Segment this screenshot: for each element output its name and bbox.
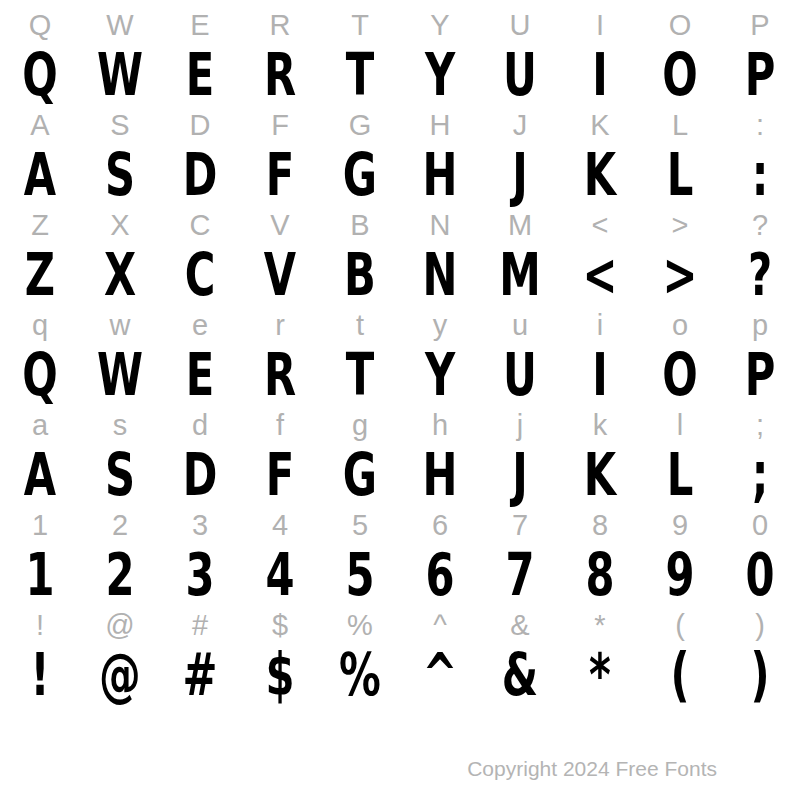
- font-glyph: C: [171, 244, 229, 306]
- key-character-label: J: [480, 106, 560, 144]
- key-character-label: 3: [160, 506, 240, 544]
- font-glyph: N: [411, 244, 469, 306]
- font-glyph: L: [651, 444, 709, 506]
- glyph-section-4: qwertyuiopQWERTYUIOP: [0, 306, 800, 406]
- key-character-label: K: [560, 106, 640, 144]
- key-character-label: 6: [400, 506, 480, 544]
- key-character-label: R: [240, 6, 320, 44]
- key-character-label: X: [80, 206, 160, 244]
- key-character-label: h: [400, 406, 480, 444]
- key-character-label: %: [320, 606, 400, 644]
- font-glyph: :: [731, 144, 789, 206]
- font-glyph: !: [11, 644, 69, 706]
- font-glyph: ^: [411, 644, 469, 706]
- key-character-label: ;: [720, 406, 800, 444]
- key-character-label: D: [160, 106, 240, 144]
- font-glyph: 7: [491, 544, 549, 606]
- key-character-label: F: [240, 106, 320, 144]
- font-glyph: K: [571, 444, 629, 506]
- key-character-label: S: [80, 106, 160, 144]
- key-character-label: &: [480, 606, 560, 644]
- font-glyph: A: [11, 444, 69, 506]
- key-character-label: ?: [720, 206, 800, 244]
- font-glyph: >: [651, 244, 709, 306]
- key-character-label: C: [160, 206, 240, 244]
- font-glyph: 8: [571, 544, 629, 606]
- font-glyph: 3: [171, 544, 229, 606]
- key-character-label: M: [480, 206, 560, 244]
- font-glyph: U: [491, 44, 549, 106]
- key-character-label: u: [480, 306, 560, 344]
- font-glyph: 6: [411, 544, 469, 606]
- font-glyph: 9: [651, 544, 709, 606]
- copyright-watermark: Copyright 2024 Free Fonts: [467, 757, 717, 781]
- key-character-label: <: [560, 206, 640, 244]
- key-character-label: 1: [0, 506, 80, 544]
- key-character-label: e: [160, 306, 240, 344]
- key-character-label: o: [640, 306, 720, 344]
- font-glyph: O: [651, 344, 709, 406]
- key-character-label: *: [560, 606, 640, 644]
- key-character-label: U: [480, 6, 560, 44]
- font-glyph: Z: [11, 244, 69, 306]
- key-character-label: i: [560, 306, 640, 344]
- glyph-section-5: asdfghjkl;ASDFGHJKL;: [0, 406, 800, 506]
- font-glyph: S: [91, 444, 149, 506]
- font-glyph: <: [571, 244, 629, 306]
- font-glyph: Q: [11, 344, 69, 406]
- key-character-label: A: [0, 106, 80, 144]
- font-glyph: B: [331, 244, 389, 306]
- key-character-label: w: [80, 306, 160, 344]
- font-glyph: J: [491, 144, 549, 206]
- font-glyph: Y: [411, 344, 469, 406]
- key-character-label: Z: [0, 206, 80, 244]
- font-glyph: A: [11, 144, 69, 206]
- font-glyph: (: [651, 644, 709, 706]
- key-character-label: >: [640, 206, 720, 244]
- key-character-label: P: [720, 6, 800, 44]
- font-glyph: W: [91, 44, 149, 106]
- key-character-label: N: [400, 206, 480, 244]
- font-glyph: 0: [731, 544, 789, 606]
- font-glyph: 5: [331, 544, 389, 606]
- font-glyph: O: [651, 44, 709, 106]
- font-glyph: H: [411, 444, 469, 506]
- font-glyph: ): [731, 644, 789, 706]
- glyph-section-6: 12345678901234567890: [0, 506, 800, 606]
- font-glyph: T: [331, 44, 389, 106]
- font-glyph: V: [251, 244, 309, 306]
- font-glyph: Y: [411, 44, 469, 106]
- font-glyph: F: [251, 144, 309, 206]
- key-character-label: O: [640, 6, 720, 44]
- font-glyph: G: [331, 444, 389, 506]
- key-character-label: :: [720, 106, 800, 144]
- font-glyph: W: [91, 344, 149, 406]
- key-character-label: d: [160, 406, 240, 444]
- font-glyph: @: [91, 644, 149, 706]
- key-character-label: k: [560, 406, 640, 444]
- key-character-label: V: [240, 206, 320, 244]
- key-character-label: y: [400, 306, 480, 344]
- key-character-label: 4: [240, 506, 320, 544]
- key-character-label: E: [160, 6, 240, 44]
- character-map-grid: QWERTYUIOPQWERTYUIOPASDFGHJKL:ASDFGHJKL:…: [0, 6, 800, 706]
- key-character-label: q: [0, 306, 80, 344]
- font-glyph: M: [491, 244, 549, 306]
- font-glyph: P: [731, 44, 789, 106]
- key-character-label: f: [240, 406, 320, 444]
- font-glyph: E: [171, 44, 229, 106]
- key-character-label: G: [320, 106, 400, 144]
- key-character-label: Y: [400, 6, 480, 44]
- font-glyph: H: [411, 144, 469, 206]
- font-glyph: D: [171, 444, 229, 506]
- font-glyph: X: [91, 244, 149, 306]
- font-glyph: G: [331, 144, 389, 206]
- font-glyph: D: [171, 144, 229, 206]
- font-glyph: Q: [11, 44, 69, 106]
- font-glyph: T: [331, 344, 389, 406]
- key-character-label: @: [80, 606, 160, 644]
- font-glyph: K: [571, 144, 629, 206]
- key-character-label: 0: [720, 506, 800, 544]
- font-glyph: U: [491, 344, 549, 406]
- font-glyph: *: [571, 644, 629, 706]
- key-character-label: !: [0, 606, 80, 644]
- font-glyph: ?: [731, 244, 789, 306]
- key-character-label: W: [80, 6, 160, 44]
- font-glyph: P: [731, 344, 789, 406]
- glyph-section-2: ASDFGHJKL:ASDFGHJKL:: [0, 106, 800, 206]
- key-character-label: H: [400, 106, 480, 144]
- key-character-label: ^: [400, 606, 480, 644]
- key-character-label: 9: [640, 506, 720, 544]
- font-glyph: #: [171, 644, 229, 706]
- key-character-label: s: [80, 406, 160, 444]
- glyph-section-1: QWERTYUIOPQWERTYUIOP: [0, 6, 800, 106]
- font-glyph: 2: [91, 544, 149, 606]
- font-glyph: S: [91, 144, 149, 206]
- font-glyph: R: [251, 344, 309, 406]
- font-glyph: ;: [731, 444, 789, 506]
- key-character-label: j: [480, 406, 560, 444]
- key-character-label: 5: [320, 506, 400, 544]
- font-glyph: I: [571, 44, 629, 106]
- glyph-section-3: ZXCVBNM<>?ZXCVBNM<>?: [0, 206, 800, 306]
- key-character-label: 8: [560, 506, 640, 544]
- key-character-label: $: [240, 606, 320, 644]
- key-character-label: 2: [80, 506, 160, 544]
- key-character-label: ): [720, 606, 800, 644]
- key-character-label: B: [320, 206, 400, 244]
- key-character-label: (: [640, 606, 720, 644]
- font-glyph: F: [251, 444, 309, 506]
- key-character-label: T: [320, 6, 400, 44]
- key-character-label: p: [720, 306, 800, 344]
- key-character-label: g: [320, 406, 400, 444]
- font-glyph: %: [331, 644, 389, 706]
- font-glyph: L: [651, 144, 709, 206]
- font-glyph: R: [251, 44, 309, 106]
- key-character-label: l: [640, 406, 720, 444]
- key-character-label: 7: [480, 506, 560, 544]
- key-character-label: r: [240, 306, 320, 344]
- key-character-label: I: [560, 6, 640, 44]
- font-glyph: E: [171, 344, 229, 406]
- font-glyph: $: [251, 644, 309, 706]
- font-glyph: J: [491, 444, 549, 506]
- key-character-label: Q: [0, 6, 80, 44]
- font-glyph: 1: [11, 544, 69, 606]
- key-character-label: L: [640, 106, 720, 144]
- font-glyph: 4: [251, 544, 309, 606]
- font-glyph: I: [571, 344, 629, 406]
- glyph-section-7: !@#$%^&*()!@#$%^&*(): [0, 606, 800, 706]
- key-character-label: t: [320, 306, 400, 344]
- font-glyph: &: [491, 644, 549, 706]
- key-character-label: a: [0, 406, 80, 444]
- key-character-label: #: [160, 606, 240, 644]
